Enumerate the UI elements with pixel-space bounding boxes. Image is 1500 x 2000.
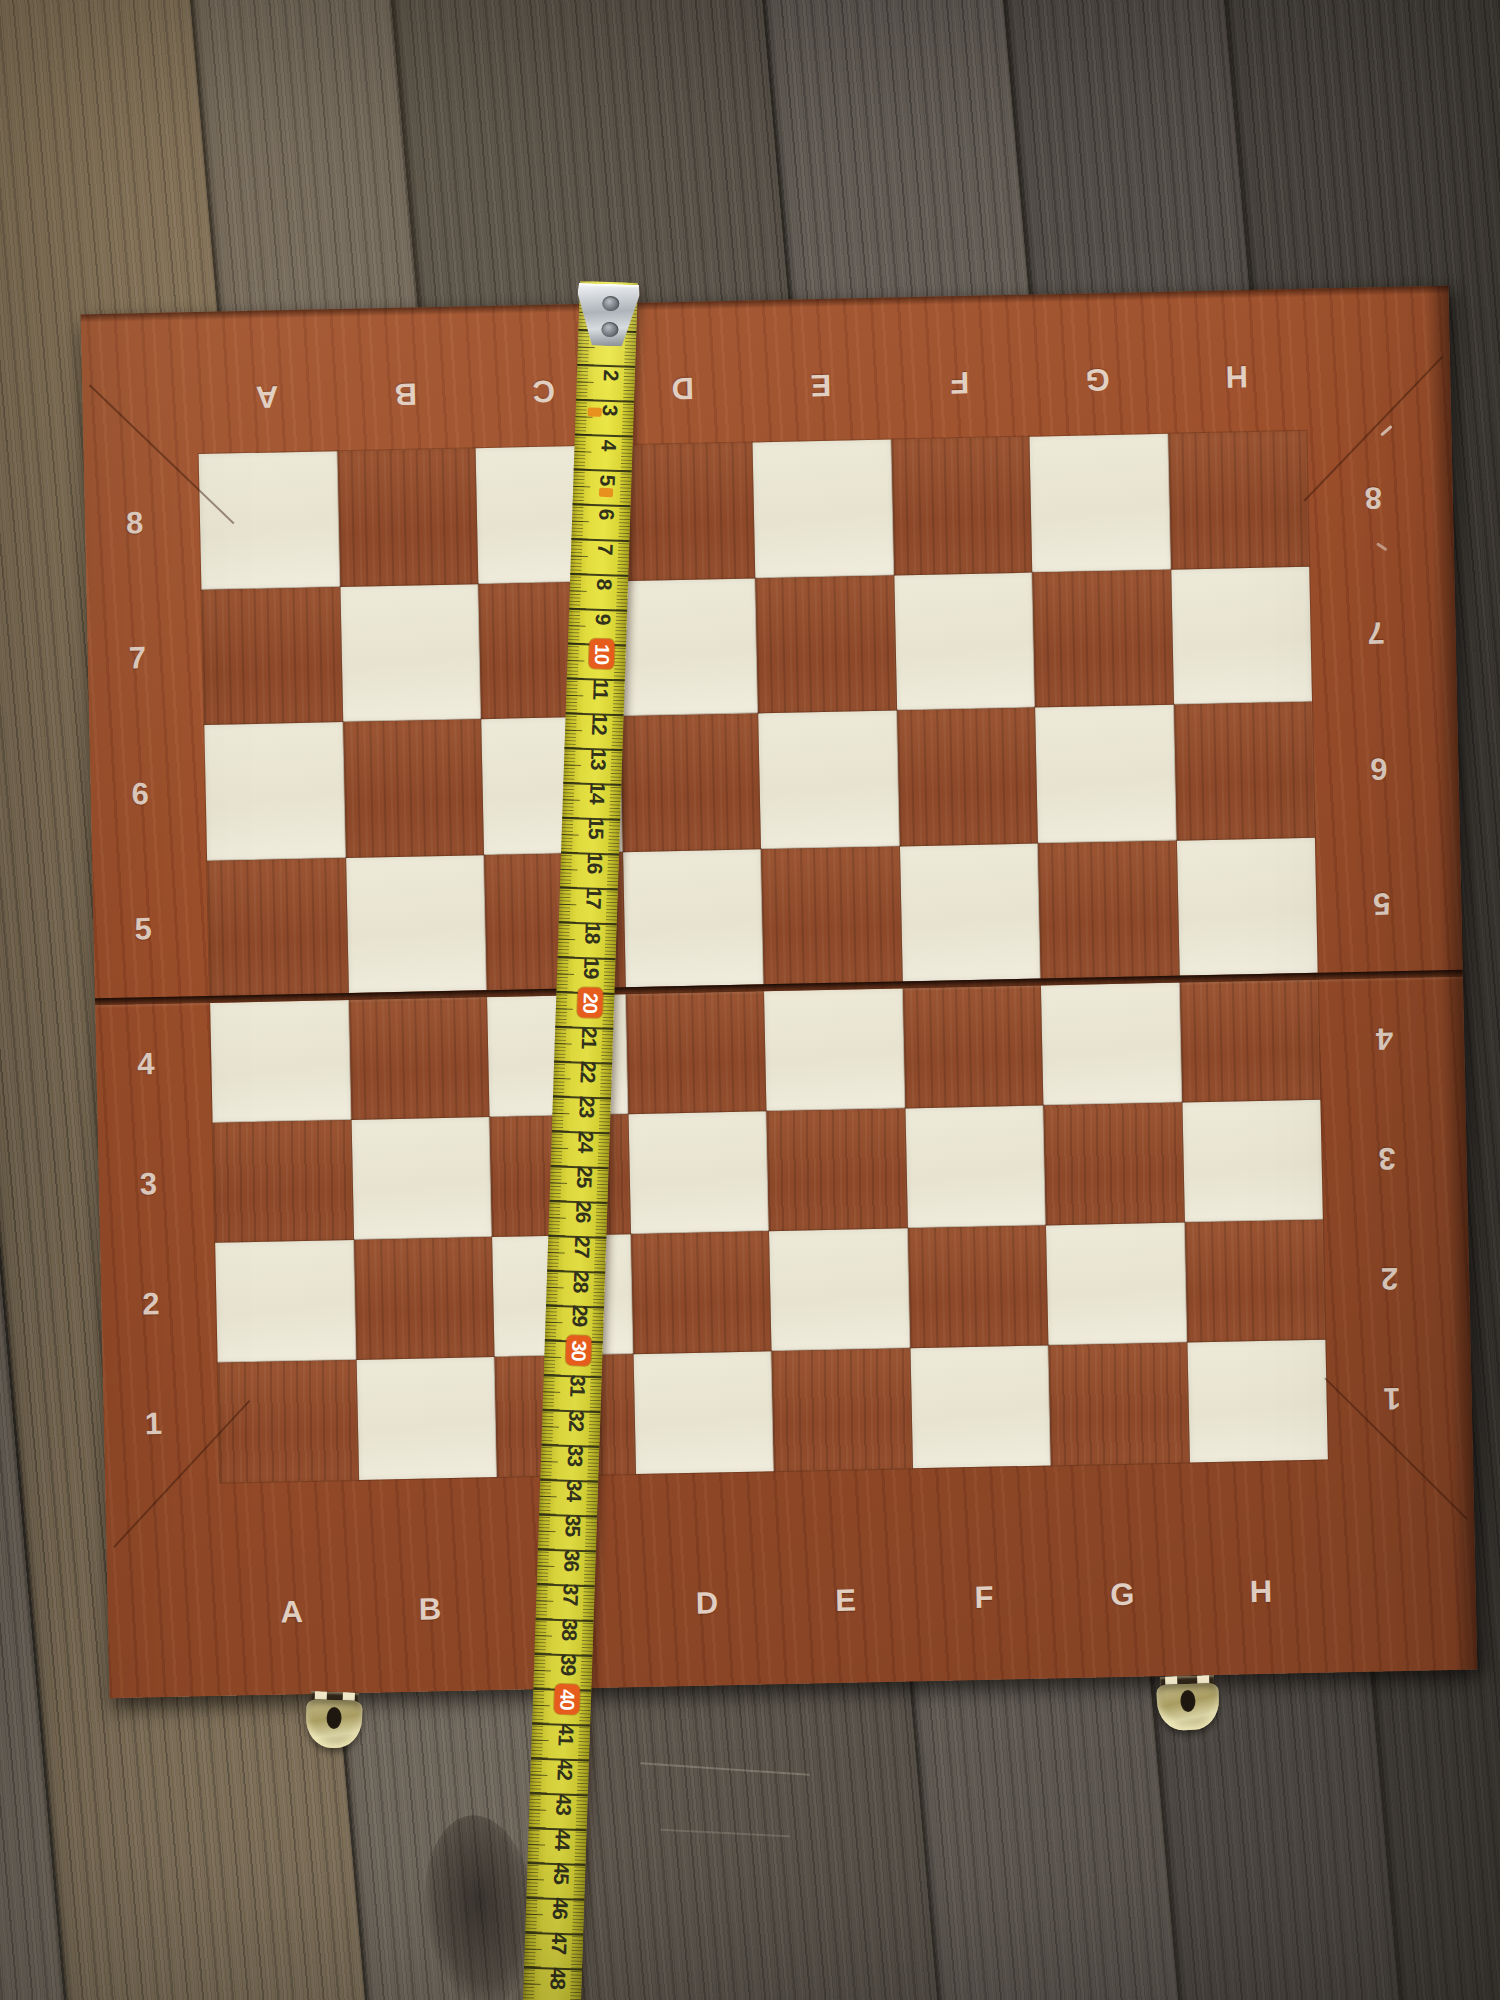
tape-cm-20: 20	[577, 987, 603, 1018]
square-b8[interactable]	[337, 448, 478, 586]
square-d5[interactable]	[623, 849, 764, 987]
square-a2[interactable]	[215, 1240, 356, 1363]
file-label-bottom-d: D	[695, 1585, 719, 1621]
file-label-top-d: D	[670, 370, 694, 406]
square-a8[interactable]	[199, 451, 340, 589]
photo-scene: AABBCCDDEEFFGGHH8877665544332211 2345678…	[0, 0, 1500, 2000]
tape-inch-mark	[588, 407, 602, 416]
file-label-top-h: H	[1224, 358, 1248, 394]
tape-cm-7: 7	[593, 544, 617, 555]
brass-clasp-left	[305, 1691, 363, 1749]
file-label-top-a: A	[255, 378, 279, 414]
square-a5[interactable]	[207, 858, 348, 996]
square-d3[interactable]	[628, 1111, 769, 1234]
tape-cm-11: 11	[588, 678, 613, 699]
square-h4[interactable]	[1179, 980, 1320, 1103]
tape-cm-27: 27	[570, 1235, 595, 1257]
tape-cm-18: 18	[580, 922, 605, 944]
rank-label-right-6: 6	[1369, 750, 1388, 786]
square-g7[interactable]	[1032, 569, 1173, 707]
square-b1[interactable]	[356, 1357, 497, 1480]
tape-cm-42: 42	[552, 1758, 577, 1780]
frame-scratch	[1376, 542, 1388, 551]
tape-cm-45: 45	[549, 1863, 574, 1885]
square-f7[interactable]	[894, 572, 1035, 710]
square-e7[interactable]	[755, 575, 896, 713]
tape-cm-30: 30	[566, 1335, 592, 1366]
tape-cm-40: 40	[554, 1684, 580, 1715]
square-g3[interactable]	[1043, 1103, 1184, 1226]
square-e4[interactable]	[764, 988, 905, 1111]
tape-cm-31: 31	[565, 1375, 590, 1397]
tape-cm-25: 25	[572, 1166, 597, 1188]
tape-cm-36: 36	[559, 1549, 584, 1571]
square-f2[interactable]	[907, 1225, 1048, 1348]
square-d4[interactable]	[626, 991, 767, 1114]
file-label-top-b: B	[393, 375, 417, 411]
rank-label-right-7: 7	[1366, 614, 1385, 650]
square-g4[interactable]	[1041, 983, 1182, 1106]
tape-cm-32: 32	[564, 1410, 589, 1432]
square-h6[interactable]	[1174, 702, 1315, 840]
square-d6[interactable]	[620, 713, 761, 851]
square-a3[interactable]	[213, 1120, 354, 1243]
tape-cm-22: 22	[575, 1061, 600, 1083]
tape-cm-38: 38	[557, 1619, 582, 1641]
tape-cm-28: 28	[569, 1270, 594, 1292]
square-e5[interactable]	[761, 846, 902, 984]
square-e8[interactable]	[752, 440, 893, 578]
square-g8[interactable]	[1029, 434, 1170, 572]
square-g2[interactable]	[1046, 1223, 1187, 1346]
tape-cm-4: 4	[596, 439, 620, 450]
file-label-top-f: F	[949, 364, 970, 400]
tape-cm-46: 46	[548, 1897, 573, 1919]
square-f5[interactable]	[899, 843, 1040, 981]
rank-label-right-8: 8	[1363, 479, 1382, 515]
tape-cm-16: 16	[582, 852, 607, 874]
tape-cm-13: 13	[586, 747, 611, 769]
square-a4[interactable]	[210, 1000, 351, 1123]
square-d8[interactable]	[614, 442, 755, 580]
square-e2[interactable]	[769, 1228, 910, 1351]
file-label-bottom-a: A	[280, 1594, 304, 1630]
square-f1[interactable]	[910, 1345, 1051, 1468]
rank-label-right-4: 4	[1375, 1020, 1394, 1056]
file-label-top-c: C	[532, 373, 556, 409]
square-h3[interactable]	[1182, 1100, 1323, 1223]
file-label-bottom-e: E	[835, 1583, 857, 1619]
square-g1[interactable]	[1048, 1343, 1189, 1466]
square-e1[interactable]	[772, 1348, 913, 1471]
square-e3[interactable]	[766, 1108, 907, 1231]
square-f6[interactable]	[897, 708, 1038, 846]
tape-cm-2: 2	[599, 369, 623, 380]
square-d1[interactable]	[633, 1351, 774, 1474]
tape-cm-21: 21	[577, 1026, 602, 1048]
tape-cm-39: 39	[556, 1654, 581, 1676]
square-h1[interactable]	[1187, 1340, 1328, 1463]
tape-cm-33: 33	[563, 1444, 588, 1466]
brass-clasp-right	[1156, 1675, 1220, 1731]
tape-cm-17: 17	[581, 887, 606, 909]
square-h5[interactable]	[1176, 837, 1317, 975]
rank-label-left-5: 5	[134, 911, 153, 947]
tape-cm-24: 24	[573, 1131, 598, 1153]
tape-cm-47: 47	[547, 1932, 572, 1954]
tape-cm-35: 35	[560, 1514, 585, 1536]
rank-label-left-6: 6	[131, 776, 150, 812]
square-d7[interactable]	[617, 578, 758, 716]
tape-cm-48: 48	[545, 1967, 570, 1989]
tape-cm-23: 23	[574, 1096, 599, 1118]
square-d2[interactable]	[631, 1231, 772, 1354]
square-b7[interactable]	[340, 584, 481, 722]
square-h7[interactable]	[1171, 566, 1312, 704]
file-label-top-g: G	[1085, 361, 1111, 398]
square-a7[interactable]	[201, 587, 342, 725]
square-a6[interactable]	[204, 722, 345, 860]
file-label-bottom-b: B	[419, 1591, 443, 1627]
rank-label-left-7: 7	[128, 640, 147, 676]
rank-label-left-8: 8	[126, 505, 145, 541]
square-g6[interactable]	[1035, 705, 1176, 843]
tape-cm-44: 44	[550, 1828, 575, 1850]
tape-cm-29: 29	[567, 1305, 592, 1327]
square-a1[interactable]	[218, 1360, 359, 1483]
rank-label-right-5: 5	[1372, 885, 1391, 921]
chess-board: AABBCCDDEEFFGGHH8877665544332211	[81, 286, 1478, 1698]
rank-label-left-3: 3	[139, 1166, 158, 1202]
tape-cm-5: 5	[595, 474, 619, 485]
tape-inch-mark	[599, 488, 613, 497]
rank-label-right-2: 2	[1380, 1260, 1399, 1296]
square-f8[interactable]	[891, 437, 1032, 575]
square-g5[interactable]	[1038, 840, 1179, 978]
rank-label-left-4: 4	[137, 1046, 156, 1082]
tape-cm-37: 37	[558, 1584, 583, 1606]
square-f3[interactable]	[905, 1105, 1046, 1228]
square-f4[interactable]	[902, 986, 1043, 1109]
tape-cm-8: 8	[592, 578, 616, 589]
tape-cm-9: 9	[591, 613, 615, 624]
file-label-bottom-f: F	[974, 1580, 995, 1616]
rank-label-right-1: 1	[1382, 1380, 1401, 1416]
square-b5[interactable]	[346, 855, 487, 993]
rank-label-left-1: 1	[144, 1406, 163, 1442]
square-e6[interactable]	[758, 710, 899, 848]
playing-area	[199, 431, 1328, 1476]
file-label-bottom-g: G	[1110, 1577, 1136, 1614]
tape-cm-43: 43	[551, 1793, 576, 1815]
tape-cm-26: 26	[571, 1200, 596, 1222]
tape-cm-41: 41	[553, 1723, 578, 1745]
square-b2[interactable]	[354, 1237, 495, 1360]
frame-scratch	[1380, 425, 1393, 436]
rank-label-left-2: 2	[142, 1286, 161, 1322]
square-b6[interactable]	[343, 719, 484, 857]
tape-cm-19: 19	[579, 956, 604, 978]
file-label-top-e: E	[809, 367, 831, 403]
file-label-bottom-h: H	[1249, 1574, 1273, 1610]
square-h8[interactable]	[1168, 431, 1309, 569]
square-b3[interactable]	[351, 1117, 492, 1240]
tape-cm-12: 12	[587, 713, 612, 735]
square-h2[interactable]	[1184, 1220, 1325, 1343]
square-b4[interactable]	[349, 997, 490, 1120]
rank-label-right-3: 3	[1377, 1140, 1396, 1176]
tape-cm-10: 10	[589, 638, 615, 669]
tape-cm-34: 34	[562, 1479, 587, 1501]
tape-cm-15: 15	[584, 817, 609, 839]
tape-cm-6: 6	[594, 509, 618, 520]
tape-cm-14: 14	[585, 782, 610, 804]
